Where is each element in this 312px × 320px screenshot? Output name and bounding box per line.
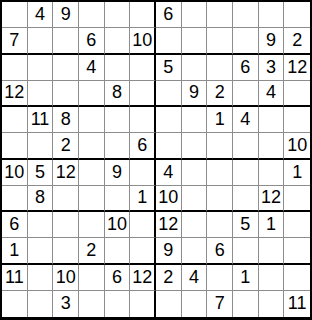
- cell-r1c11[interactable]: [259, 2, 285, 28]
- cell-r5c12[interactable]: [284, 107, 310, 133]
- cell-r3c7[interactable]: 5: [156, 55, 182, 81]
- cell-r9c1[interactable]: 6: [2, 212, 28, 238]
- cell-r10c5[interactable]: [105, 238, 131, 264]
- cell-r4c9[interactable]: 2: [207, 81, 233, 107]
- cell-r7c5[interactable]: 9: [105, 160, 131, 186]
- cell-r5c5[interactable]: [105, 107, 131, 133]
- cell-r6c4[interactable]: [79, 133, 105, 159]
- cell-r12c1[interactable]: [2, 291, 28, 317]
- cell-r3c1[interactable]: [2, 55, 28, 81]
- cell-r10c9[interactable]: 6: [207, 238, 233, 264]
- cell-r7c12[interactable]: 1: [284, 160, 310, 186]
- cell-r1c12[interactable]: [284, 2, 310, 28]
- cell-r3c6[interactable]: [130, 55, 156, 81]
- cell-r9c11[interactable]: 1: [259, 212, 285, 238]
- cell-r4c5[interactable]: 8: [105, 81, 131, 107]
- cell-r8c8[interactable]: [182, 186, 208, 212]
- cell-r10c6[interactable]: [130, 238, 156, 264]
- cell-r9c8[interactable]: [182, 212, 208, 238]
- cell-r6c12[interactable]: 10: [284, 133, 310, 159]
- cell-r5c3[interactable]: 8: [53, 107, 79, 133]
- sudoku-board: 4967610924563121289241181426101051294181…: [0, 0, 312, 320]
- cell-r6c1[interactable]: [2, 133, 28, 159]
- cell-r5c8[interactable]: [182, 107, 208, 133]
- cell-r7c8[interactable]: [182, 160, 208, 186]
- cell-r8c6[interactable]: 1: [130, 186, 156, 212]
- cell-r4c10[interactable]: [233, 81, 259, 107]
- cell-r11c2[interactable]: [28, 265, 54, 291]
- cell-r11c4[interactable]: [79, 265, 105, 291]
- cell-r9c10[interactable]: 5: [233, 212, 259, 238]
- cell-r9c12[interactable]: [284, 212, 310, 238]
- cell-r8c9[interactable]: [207, 186, 233, 212]
- cell-r3c11[interactable]: 3: [259, 55, 285, 81]
- cell-r4c2[interactable]: [28, 81, 54, 107]
- cell-r9c5[interactable]: 10: [105, 212, 131, 238]
- cell-r8c10[interactable]: [233, 186, 259, 212]
- cell-r2c12[interactable]: 2: [284, 28, 310, 54]
- cell-r1c1[interactable]: [2, 2, 28, 28]
- cell-r2c6[interactable]: 10: [130, 28, 156, 54]
- cell-r10c12[interactable]: [284, 238, 310, 264]
- cell-r3c4[interactable]: 4: [79, 55, 105, 81]
- cell-r11c6[interactable]: 12: [130, 265, 156, 291]
- cell-r2c5[interactable]: [105, 28, 131, 54]
- cell-r2c3[interactable]: [53, 28, 79, 54]
- cell-r9c4[interactable]: [79, 212, 105, 238]
- cell-r9c2[interactable]: [28, 212, 54, 238]
- cell-r6c3[interactable]: 2: [53, 133, 79, 159]
- cell-r2c2[interactable]: [28, 28, 54, 54]
- cell-r1c3[interactable]: 9: [53, 2, 79, 28]
- cell-r6c6[interactable]: 6: [130, 133, 156, 159]
- cell-r12c10[interactable]: [233, 291, 259, 317]
- cell-r4c1[interactable]: 12: [2, 81, 28, 107]
- cell-r3c2[interactable]: [28, 55, 54, 81]
- cell-r5c1[interactable]: [2, 107, 28, 133]
- cell-r3c10[interactable]: 6: [233, 55, 259, 81]
- cell-r11c1[interactable]: 11: [2, 265, 28, 291]
- cell-r10c10[interactable]: [233, 238, 259, 264]
- cell-r12c12[interactable]: 11: [284, 291, 310, 317]
- cell-r12c11[interactable]: [259, 291, 285, 317]
- cell-r10c3[interactable]: [53, 238, 79, 264]
- cell-r12c5[interactable]: [105, 291, 131, 317]
- cell-r9c3[interactable]: [53, 212, 79, 238]
- cell-r10c1[interactable]: 1: [2, 238, 28, 264]
- cell-r10c7[interactable]: 9: [156, 238, 182, 264]
- cell-r7c3[interactable]: 12: [53, 160, 79, 186]
- cell-r12c8[interactable]: [182, 291, 208, 317]
- cell-r7c1[interactable]: 10: [2, 160, 28, 186]
- cell-r6c5[interactable]: [105, 133, 131, 159]
- cell-r7c9[interactable]: [207, 160, 233, 186]
- cell-r12c4[interactable]: [79, 291, 105, 317]
- cell-r3c5[interactable]: [105, 55, 131, 81]
- cell-r2c9[interactable]: [207, 28, 233, 54]
- cell-r2c7[interactable]: [156, 28, 182, 54]
- cell-r4c12[interactable]: [284, 81, 310, 107]
- cell-r10c11[interactable]: [259, 238, 285, 264]
- cell-r5c9[interactable]: 1: [207, 107, 233, 133]
- cell-r11c5[interactable]: 6: [105, 265, 131, 291]
- cell-r9c7[interactable]: 12: [156, 212, 182, 238]
- cell-r8c2[interactable]: 8: [28, 186, 54, 212]
- cell-r2c11[interactable]: 9: [259, 28, 285, 54]
- cell-r8c7[interactable]: 10: [156, 186, 182, 212]
- cell-r9c6[interactable]: [130, 212, 156, 238]
- cell-r2c1[interactable]: 7: [2, 28, 28, 54]
- cell-r7c7[interactable]: 4: [156, 160, 182, 186]
- cell-r6c11[interactable]: [259, 133, 285, 159]
- cell-r8c12[interactable]: [284, 186, 310, 212]
- cell-r3c9[interactable]: [207, 55, 233, 81]
- cell-r1c9[interactable]: [207, 2, 233, 28]
- cell-r1c2[interactable]: 4: [28, 2, 54, 28]
- cell-r9c9[interactable]: [207, 212, 233, 238]
- cell-r7c10[interactable]: [233, 160, 259, 186]
- cell-r11c10[interactable]: 1: [233, 265, 259, 291]
- cell-r5c11[interactable]: [259, 107, 285, 133]
- cell-r7c2[interactable]: 5: [28, 160, 54, 186]
- cell-r12c6[interactable]: [130, 291, 156, 317]
- cell-r6c9[interactable]: [207, 133, 233, 159]
- cell-r10c2[interactable]: [28, 238, 54, 264]
- cell-r2c4[interactable]: 6: [79, 28, 105, 54]
- cell-r4c7[interactable]: [156, 81, 182, 107]
- cell-r1c10[interactable]: [233, 2, 259, 28]
- cell-r1c7[interactable]: 6: [156, 2, 182, 28]
- cell-r1c6[interactable]: [130, 2, 156, 28]
- cell-r6c10[interactable]: [233, 133, 259, 159]
- cell-r11c11[interactable]: [259, 265, 285, 291]
- cell-r11c9[interactable]: [207, 265, 233, 291]
- cell-r3c12[interactable]: 12: [284, 55, 310, 81]
- cell-r11c8[interactable]: 4: [182, 265, 208, 291]
- cell-r6c2[interactable]: [28, 133, 54, 159]
- cell-r8c5[interactable]: [105, 186, 131, 212]
- cell-r1c8[interactable]: [182, 2, 208, 28]
- cell-r11c3[interactable]: 10: [53, 265, 79, 291]
- cell-r6c8[interactable]: [182, 133, 208, 159]
- cell-r4c11[interactable]: 4: [259, 81, 285, 107]
- cell-r5c4[interactable]: [79, 107, 105, 133]
- cell-r3c3[interactable]: [53, 55, 79, 81]
- cell-r4c3[interactable]: [53, 81, 79, 107]
- cell-r5c6[interactable]: [130, 107, 156, 133]
- cell-r10c4[interactable]: 2: [79, 238, 105, 264]
- cell-r12c7[interactable]: [156, 291, 182, 317]
- cell-r7c4[interactable]: [79, 160, 105, 186]
- cell-r1c5[interactable]: [105, 2, 131, 28]
- cell-r12c2[interactable]: [28, 291, 54, 317]
- cell-r4c6[interactable]: [130, 81, 156, 107]
- cell-r12c3[interactable]: 3: [53, 291, 79, 317]
- cell-r5c2[interactable]: 11: [28, 107, 54, 133]
- cell-r3c8[interactable]: [182, 55, 208, 81]
- cell-r12c9[interactable]: 7: [207, 291, 233, 317]
- cell-r2c10[interactable]: [233, 28, 259, 54]
- cell-r8c4[interactable]: [79, 186, 105, 212]
- cell-r11c12[interactable]: [284, 265, 310, 291]
- cell-r8c3[interactable]: [53, 186, 79, 212]
- cell-r2c8[interactable]: [182, 28, 208, 54]
- cell-r8c11[interactable]: 12: [259, 186, 285, 212]
- cell-r5c10[interactable]: 4: [233, 107, 259, 133]
- cell-r11c7[interactable]: 2: [156, 265, 182, 291]
- cell-r4c4[interactable]: [79, 81, 105, 107]
- cell-r1c4[interactable]: [79, 2, 105, 28]
- cell-r5c7[interactable]: [156, 107, 182, 133]
- cell-r7c11[interactable]: [259, 160, 285, 186]
- cell-r10c8[interactable]: [182, 238, 208, 264]
- cell-r7c6[interactable]: [130, 160, 156, 186]
- cell-r4c8[interactable]: 9: [182, 81, 208, 107]
- cell-r8c1[interactable]: [2, 186, 28, 212]
- cell-r6c7[interactable]: [156, 133, 182, 159]
